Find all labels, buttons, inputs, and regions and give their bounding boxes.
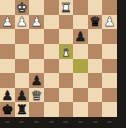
piece-white-rook[interactable]: ♜ (60, 0, 72, 13)
square-f5[interactable] (73, 44, 88, 59)
square-a1[interactable]: ♚ (0, 102, 15, 117)
piece-black-pawn[interactable]: ♟ (75, 30, 87, 43)
file-label-cropped (49, 121, 54, 123)
square-b1[interactable]: ♜ (15, 102, 30, 117)
square-h4[interactable] (102, 59, 117, 74)
file-label-cropped (93, 121, 98, 123)
file-label-cropped (78, 121, 83, 123)
square-d8[interactable] (44, 0, 59, 15)
square-b7[interactable]: ♟ (15, 15, 30, 30)
square-e3[interactable] (59, 73, 74, 88)
square-d2[interactable] (44, 88, 59, 103)
square-f8[interactable] (73, 0, 88, 15)
square-f3[interactable] (73, 73, 88, 88)
square-g2[interactable] (88, 88, 103, 103)
square-h7[interactable]: ♟ (102, 15, 117, 30)
piece-black-pawn[interactable]: ♟ (16, 88, 28, 101)
square-a4[interactable] (0, 59, 15, 74)
square-e1[interactable] (59, 102, 74, 117)
square-e6[interactable] (59, 29, 74, 44)
square-g8[interactable] (88, 0, 103, 15)
piece-white-king[interactable]: ♚ (16, 0, 28, 13)
file-label-cropped (63, 121, 68, 123)
chess-board: ♚♜♟♟♟♛♟♟♝♟♟♟♛♚♜ (0, 0, 117, 117)
square-g3[interactable] (88, 73, 103, 88)
square-a5[interactable] (0, 44, 15, 59)
square-c4[interactable] (29, 59, 44, 74)
square-g1[interactable] (88, 102, 103, 117)
square-c1[interactable] (29, 102, 44, 117)
square-d5[interactable] (44, 44, 59, 59)
square-h2[interactable] (102, 88, 117, 103)
square-g7[interactable]: ♛ (88, 15, 103, 30)
square-c2[interactable]: ♛ (29, 88, 44, 103)
square-a3[interactable] (0, 73, 15, 88)
square-e4[interactable] (59, 59, 74, 74)
square-f2[interactable] (73, 88, 88, 103)
square-g5[interactable] (88, 44, 103, 59)
square-h6[interactable] (102, 29, 117, 44)
square-c7[interactable]: ♟ (29, 15, 44, 30)
square-h5[interactable] (102, 44, 117, 59)
square-d3[interactable] (44, 73, 59, 88)
square-c5[interactable] (29, 44, 44, 59)
square-e7[interactable] (59, 15, 74, 30)
square-g4[interactable] (88, 59, 103, 74)
square-b2[interactable]: ♟ (15, 88, 30, 103)
square-b6[interactable] (15, 29, 30, 44)
file-label-cropped (5, 121, 10, 123)
square-c8[interactable] (29, 0, 44, 15)
square-f7[interactable] (73, 15, 88, 30)
piece-white-pawn[interactable]: ♟ (104, 15, 116, 28)
square-a2[interactable]: ♟ (0, 88, 15, 103)
square-e5[interactable]: ♝ (59, 44, 74, 59)
piece-black-rook[interactable]: ♜ (16, 103, 28, 116)
piece-white-pawn[interactable]: ♟ (31, 15, 43, 28)
square-f1[interactable] (73, 102, 88, 117)
piece-white-queen[interactable]: ♛ (31, 88, 43, 101)
square-d6[interactable] (44, 29, 59, 44)
square-h3[interactable] (102, 73, 117, 88)
square-d4[interactable] (44, 59, 59, 74)
square-h8[interactable] (102, 0, 117, 15)
piece-white-bishop[interactable]: ♝ (60, 44, 72, 57)
file-label-cropped (19, 121, 24, 123)
square-c6[interactable] (29, 29, 44, 44)
piece-white-pawn[interactable]: ♟ (16, 15, 28, 28)
square-a6[interactable] (0, 29, 15, 44)
piece-black-pawn[interactable]: ♟ (31, 73, 43, 86)
piece-white-pawn[interactable]: ♟ (1, 15, 13, 28)
piece-black-king[interactable]: ♚ (1, 103, 13, 116)
square-f4[interactable] (73, 59, 88, 74)
square-f6[interactable]: ♟ (73, 29, 88, 44)
square-b5[interactable] (15, 44, 30, 59)
piece-black-pawn[interactable]: ♟ (1, 88, 13, 101)
square-b4[interactable] (15, 59, 30, 74)
square-b8[interactable]: ♚ (15, 0, 30, 15)
square-g6[interactable] (88, 29, 103, 44)
square-h1[interactable] (102, 102, 117, 117)
square-d7[interactable] (44, 15, 59, 30)
file-label-cropped (107, 121, 112, 123)
square-d1[interactable] (44, 102, 59, 117)
square-b3[interactable] (15, 73, 30, 88)
square-c3[interactable]: ♟ (29, 73, 44, 88)
square-e8[interactable]: ♜ (59, 0, 74, 15)
board-frame: ♚♜♟♟♟♛♟♟♝♟♟♟♛♚♜ (0, 0, 126, 128)
square-a8[interactable] (0, 0, 15, 15)
file-label-cropped (34, 121, 39, 123)
square-e2[interactable] (59, 88, 74, 103)
piece-black-queen[interactable]: ♛ (89, 15, 101, 28)
square-a7[interactable]: ♟ (0, 15, 15, 30)
